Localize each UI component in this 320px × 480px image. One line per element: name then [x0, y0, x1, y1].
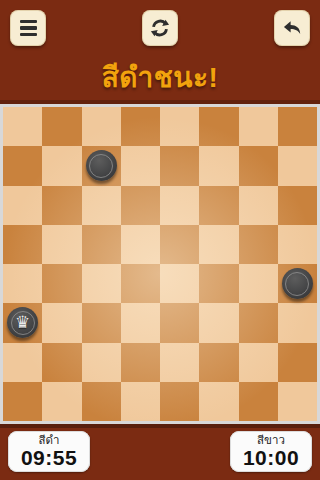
- black-clock-time: 09:55: [21, 447, 77, 469]
- board-square[interactable]: [42, 225, 81, 264]
- board-square[interactable]: [278, 343, 317, 382]
- board-square[interactable]: ♛: [3, 303, 42, 342]
- top-bar: [0, 10, 320, 46]
- board-square[interactable]: [239, 225, 278, 264]
- app-screen: สีดำชนะ! ♛ สีดำ 09:55 สีขาว 10:00: [0, 0, 320, 480]
- black-man-piece[interactable]: [282, 268, 313, 299]
- board-square[interactable]: [3, 107, 42, 146]
- restart-button[interactable]: [142, 10, 178, 46]
- board-square[interactable]: [121, 146, 160, 185]
- board-square[interactable]: [199, 303, 238, 342]
- board-square[interactable]: [199, 225, 238, 264]
- board-square[interactable]: [121, 107, 160, 146]
- board-square[interactable]: [239, 382, 278, 421]
- board-square[interactable]: [278, 303, 317, 342]
- board-square[interactable]: [82, 107, 121, 146]
- hamburger-icon: [20, 20, 37, 36]
- board-square[interactable]: [121, 264, 160, 303]
- black-clock-label: สีดำ: [39, 434, 60, 447]
- board-frame: ♛: [0, 104, 320, 424]
- back-arrow-icon: [281, 17, 303, 39]
- board-square[interactable]: [199, 107, 238, 146]
- board-square[interactable]: [278, 225, 317, 264]
- board-square[interactable]: [42, 186, 81, 225]
- board-square[interactable]: [3, 382, 42, 421]
- board-square[interactable]: [3, 343, 42, 382]
- board-square[interactable]: [3, 225, 42, 264]
- board-square[interactable]: [121, 186, 160, 225]
- board-square[interactable]: [199, 382, 238, 421]
- board-square[interactable]: [42, 107, 81, 146]
- board-square[interactable]: [42, 146, 81, 185]
- board-square[interactable]: [82, 186, 121, 225]
- refresh-icon: [149, 17, 171, 39]
- board-square[interactable]: [160, 186, 199, 225]
- board-square[interactable]: [278, 382, 317, 421]
- menu-button[interactable]: [10, 10, 46, 46]
- board-square[interactable]: [3, 264, 42, 303]
- board-square[interactable]: [160, 225, 199, 264]
- board-square[interactable]: [82, 382, 121, 421]
- board-square[interactable]: [239, 186, 278, 225]
- board-square[interactable]: [160, 303, 199, 342]
- board-square[interactable]: [42, 343, 81, 382]
- board-square[interactable]: [3, 146, 42, 185]
- board-square[interactable]: [121, 303, 160, 342]
- board-square[interactable]: [160, 146, 199, 185]
- board-square[interactable]: [278, 107, 317, 146]
- back-button[interactable]: [274, 10, 310, 46]
- black-king-piece[interactable]: ♛: [7, 307, 38, 338]
- board-square[interactable]: [160, 343, 199, 382]
- white-clock: สีขาว 10:00: [230, 431, 312, 472]
- board-square[interactable]: [121, 225, 160, 264]
- board-square[interactable]: [42, 264, 81, 303]
- board-square[interactable]: [199, 264, 238, 303]
- status-banner: สีดำชนะ!: [0, 56, 320, 98]
- board-square[interactable]: [121, 382, 160, 421]
- clock-bar: สีดำ 09:55 สีขาว 10:00: [0, 431, 320, 472]
- board-square[interactable]: [121, 343, 160, 382]
- board-square[interactable]: [3, 186, 42, 225]
- board-square[interactable]: [160, 107, 199, 146]
- board-square[interactable]: [42, 303, 81, 342]
- white-clock-label: สีขาว: [257, 434, 285, 447]
- board-square[interactable]: [278, 264, 317, 303]
- board-square[interactable]: [278, 146, 317, 185]
- board-square[interactable]: [82, 225, 121, 264]
- checkers-board: ♛: [3, 107, 317, 421]
- board-square[interactable]: [160, 264, 199, 303]
- board-square[interactable]: [82, 303, 121, 342]
- board-square[interactable]: [199, 343, 238, 382]
- board-square[interactable]: [239, 146, 278, 185]
- board-square[interactable]: [199, 146, 238, 185]
- white-clock-time: 10:00: [243, 447, 299, 469]
- board-square[interactable]: [239, 264, 278, 303]
- board-square[interactable]: [42, 382, 81, 421]
- king-crown-icon: ♛: [15, 314, 30, 331]
- board-square[interactable]: [82, 146, 121, 185]
- board-square[interactable]: [160, 382, 199, 421]
- board-square[interactable]: [278, 186, 317, 225]
- black-clock: สีดำ 09:55: [8, 431, 90, 472]
- board-square[interactable]: [82, 264, 121, 303]
- board-square[interactable]: [82, 343, 121, 382]
- board-square[interactable]: [239, 303, 278, 342]
- board-square[interactable]: [199, 186, 238, 225]
- board-square[interactable]: [239, 343, 278, 382]
- black-man-piece[interactable]: [86, 150, 117, 181]
- board-square[interactable]: [239, 107, 278, 146]
